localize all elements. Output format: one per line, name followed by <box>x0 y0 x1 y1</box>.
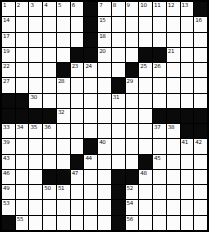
clue-number: 55 <box>17 216 23 222</box>
block-r15c1 <box>2 216 15 230</box>
cell-r14c8[interactable] <box>98 200 111 214</box>
cell-r12c12[interactable] <box>153 170 166 184</box>
cell-r5c15[interactable] <box>194 63 207 77</box>
block-r7c2 <box>16 94 29 108</box>
cell-r6c7[interactable] <box>84 78 97 92</box>
cell-r5c4[interactable] <box>43 63 56 77</box>
clue-number: 40 <box>99 139 105 145</box>
cell-r10c13[interactable] <box>167 139 180 153</box>
cell-r4c15[interactable] <box>194 48 207 62</box>
cell-r13c13[interactable] <box>167 185 180 199</box>
crossword-grid: 1234567891011121314151617181920212223242… <box>0 0 209 232</box>
cell-r14c7[interactable] <box>84 200 97 214</box>
clue-number: 48 <box>140 170 146 176</box>
cell-r6c14[interactable] <box>181 78 194 92</box>
cell-r1c10[interactable]: 9 <box>126 2 139 16</box>
cell-r2c11[interactable] <box>139 17 152 31</box>
cell-r12c11[interactable]: 48 <box>139 170 152 184</box>
block-r8c15 <box>194 109 207 123</box>
cell-r8c9[interactable] <box>112 109 125 123</box>
cell-r11c14[interactable] <box>181 155 194 169</box>
cell-r1c12[interactable]: 11 <box>153 2 166 16</box>
cell-r14c6[interactable] <box>71 200 84 214</box>
cell-r12c8[interactable] <box>98 170 111 184</box>
clue-number: 9 <box>127 2 130 8</box>
block-r8c3 <box>29 109 42 123</box>
cell-r1c11[interactable]: 10 <box>139 2 152 16</box>
cell-r3c4[interactable] <box>43 33 56 47</box>
cell-r1c2[interactable]: 2 <box>16 2 29 16</box>
cell-r7c13[interactable] <box>167 94 180 108</box>
cell-r7c11[interactable] <box>139 94 152 108</box>
cell-r3c9[interactable] <box>112 33 125 47</box>
cell-r2c12[interactable] <box>153 17 166 31</box>
cell-r11c10[interactable] <box>126 155 139 169</box>
clue-number: 49 <box>3 185 9 191</box>
block-r12c10 <box>126 170 139 184</box>
cell-r14c14[interactable] <box>181 200 194 214</box>
cell-r13c2[interactable] <box>16 185 29 199</box>
cell-r11c9[interactable] <box>112 155 125 169</box>
cell-r15c10[interactable]: 56 <box>126 216 139 230</box>
cell-r9c5[interactable] <box>57 124 70 138</box>
cell-r4c8[interactable]: 20 <box>98 48 111 62</box>
block-r11c11 <box>139 155 152 169</box>
clue-number: 43 <box>3 155 9 161</box>
cell-r13c7[interactable] <box>84 185 97 199</box>
cell-r6c1[interactable]: 27 <box>2 78 15 92</box>
cell-r3c11[interactable] <box>139 33 152 47</box>
block-r7c1 <box>2 94 15 108</box>
clue-number: 50 <box>44 185 50 191</box>
clue-number: 56 <box>127 216 133 222</box>
block-r5c10 <box>126 63 139 77</box>
cell-r11c8[interactable] <box>98 155 111 169</box>
cell-r9c2[interactable]: 34 <box>16 124 29 138</box>
cell-r10c10[interactable] <box>126 139 139 153</box>
cell-r15c13[interactable] <box>167 216 180 230</box>
cell-r7c9[interactable]: 31 <box>112 94 125 108</box>
cell-r14c2[interactable] <box>16 200 29 214</box>
cell-r9c3[interactable]: 35 <box>29 124 42 138</box>
cell-r13c10[interactable]: 52 <box>126 185 139 199</box>
cell-r15c3[interactable] <box>29 216 42 230</box>
clue-number: 3 <box>30 2 33 8</box>
block-r8c1 <box>2 109 15 123</box>
clue-number: 38 <box>168 124 174 130</box>
clue-number: 1 <box>3 2 6 8</box>
cell-r8c5[interactable]: 32 <box>57 109 70 123</box>
cell-r6c12[interactable] <box>153 78 166 92</box>
block-r8c2 <box>16 109 29 123</box>
cell-r8c8[interactable] <box>98 109 111 123</box>
cell-r6c3[interactable] <box>29 78 42 92</box>
cell-r13c8[interactable] <box>98 185 111 199</box>
cell-r2c13[interactable] <box>167 17 180 31</box>
cell-r12c14[interactable] <box>181 170 194 184</box>
cell-r6c2[interactable] <box>16 78 29 92</box>
cell-r1c6[interactable]: 6 <box>71 2 84 16</box>
cell-r5c14[interactable] <box>181 63 194 77</box>
cell-r3c3[interactable] <box>29 33 42 47</box>
cell-r13c1[interactable]: 49 <box>2 185 15 199</box>
cell-r9c9[interactable] <box>112 124 125 138</box>
block-r9c15 <box>194 124 207 138</box>
cell-r9c10[interactable] <box>126 124 139 138</box>
cell-r5c7[interactable]: 24 <box>84 63 97 77</box>
cell-r4c10[interactable] <box>126 48 139 62</box>
cell-r2c10[interactable] <box>126 17 139 31</box>
cell-r1c14[interactable]: 13 <box>181 2 194 16</box>
cell-r10c14[interactable]: 41 <box>181 139 194 153</box>
block-r12c9 <box>112 170 125 184</box>
cell-r12c13[interactable] <box>167 170 180 184</box>
cell-r15c8[interactable] <box>98 216 111 230</box>
cell-r1c5[interactable]: 5 <box>57 2 70 16</box>
cell-r7c7[interactable] <box>84 94 97 108</box>
cell-r2c15[interactable]: 16 <box>194 17 207 31</box>
clue-number: 32 <box>58 109 64 115</box>
cell-r11c1[interactable]: 43 <box>2 155 15 169</box>
cell-r13c14[interactable] <box>181 185 194 199</box>
cell-r11c13[interactable] <box>167 155 180 169</box>
cell-r13c11[interactable] <box>139 185 152 199</box>
block-r13c9 <box>112 185 125 199</box>
block-r11c6 <box>71 155 84 169</box>
cell-r5c12[interactable]: 26 <box>153 63 166 77</box>
cell-r7c6[interactable] <box>71 94 84 108</box>
clue-number: 15 <box>99 17 105 23</box>
cell-r5c1[interactable]: 22 <box>2 63 15 77</box>
cell-r3c10[interactable] <box>126 33 139 47</box>
cell-r14c11[interactable] <box>139 200 152 214</box>
clue-number: 11 <box>154 2 160 8</box>
clue-number: 17 <box>3 33 9 39</box>
cell-r10c4[interactable] <box>43 139 56 153</box>
block-r4c6 <box>71 48 84 62</box>
clue-number: 53 <box>3 200 9 206</box>
cell-r8c6[interactable] <box>71 109 84 123</box>
cell-r2c14[interactable] <box>181 17 194 31</box>
clue-number: 5 <box>58 2 61 8</box>
cell-r4c14[interactable] <box>181 48 194 62</box>
cell-r1c13[interactable]: 12 <box>167 2 180 16</box>
cell-r7c3[interactable]: 30 <box>29 94 42 108</box>
cell-r6c6[interactable] <box>71 78 84 92</box>
cell-r15c12[interactable] <box>153 216 166 230</box>
cell-r15c2[interactable]: 55 <box>16 216 29 230</box>
clue-number: 44 <box>85 155 91 161</box>
cell-r10c15[interactable]: 42 <box>194 139 207 153</box>
clue-number: 51 <box>58 185 64 191</box>
clue-number: 24 <box>85 63 91 69</box>
clue-number: 28 <box>58 78 64 84</box>
block-r15c9 <box>112 216 125 230</box>
block-r8c12 <box>153 109 166 123</box>
cell-r3c1[interactable]: 17 <box>2 33 15 47</box>
cell-r10c2[interactable] <box>16 139 29 153</box>
clue-number: 37 <box>154 124 160 130</box>
cell-r2c8[interactable]: 15 <box>98 17 111 31</box>
cell-r1c3[interactable]: 3 <box>29 2 42 16</box>
cell-r5c6[interactable]: 23 <box>71 63 84 77</box>
block-r6c9 <box>112 78 125 92</box>
block-r1c7 <box>84 2 97 16</box>
block-r14c9 <box>112 200 125 214</box>
cell-r1c1[interactable]: 1 <box>2 2 15 16</box>
cell-r11c4[interactable] <box>43 155 56 169</box>
clue-number: 30 <box>30 94 36 100</box>
cell-r7c8[interactable] <box>98 94 111 108</box>
block-r8c14 <box>181 109 194 123</box>
block-r5c5 <box>57 63 70 77</box>
cell-r9c8[interactable] <box>98 124 111 138</box>
cell-r3c14[interactable] <box>181 33 194 47</box>
clue-number: 34 <box>17 124 23 130</box>
cell-r11c15[interactable] <box>194 155 207 169</box>
cell-r11c3[interactable] <box>29 155 42 169</box>
cell-r15c6[interactable] <box>71 216 84 230</box>
clue-number: 2 <box>17 2 20 8</box>
cell-r4c2[interactable] <box>16 48 29 62</box>
cell-r10c1[interactable]: 39 <box>2 139 15 153</box>
cell-r15c4[interactable] <box>43 216 56 230</box>
cell-r15c5[interactable] <box>57 216 70 230</box>
block-r12c4 <box>43 170 56 184</box>
cell-r1c8[interactable]: 7 <box>98 2 111 16</box>
cell-r12c3[interactable] <box>29 170 42 184</box>
clue-number: 31 <box>113 94 119 100</box>
cell-r6c5[interactable]: 28 <box>57 78 70 92</box>
cell-r6c10[interactable]: 29 <box>126 78 139 92</box>
cell-r5c11[interactable]: 25 <box>139 63 152 77</box>
block-r10c7 <box>84 139 97 153</box>
cell-r10c9[interactable] <box>112 139 125 153</box>
cell-r12c7[interactable] <box>84 170 97 184</box>
cell-r7c12[interactable] <box>153 94 166 108</box>
block-r1c15 <box>194 2 207 16</box>
clue-number: 46 <box>3 170 9 176</box>
clue-number: 20 <box>99 48 105 54</box>
cell-r7c15[interactable] <box>194 94 207 108</box>
cell-r13c4[interactable]: 50 <box>43 185 56 199</box>
block-r4c11 <box>139 48 152 62</box>
cell-r3c8[interactable]: 18 <box>98 33 111 47</box>
clue-number: 35 <box>30 124 36 130</box>
cell-r14c3[interactable] <box>29 200 42 214</box>
cell-r2c1[interactable]: 14 <box>2 17 15 31</box>
clue-number: 21 <box>168 48 174 54</box>
cell-r13c15[interactable] <box>194 185 207 199</box>
cell-r6c4[interactable] <box>43 78 56 92</box>
cell-r5c2[interactable] <box>16 63 29 77</box>
clue-number: 47 <box>72 170 78 176</box>
clue-number: 33 <box>3 124 9 130</box>
cell-r4c4[interactable] <box>43 48 56 62</box>
clue-number: 25 <box>140 63 146 69</box>
cell-r2c3[interactable] <box>29 17 42 31</box>
cell-r8c10[interactable] <box>126 109 139 123</box>
cell-r4c1[interactable]: 19 <box>2 48 15 62</box>
cell-r3c2[interactable] <box>16 33 29 47</box>
clue-number: 54 <box>127 200 133 206</box>
block-r2c7 <box>84 17 97 31</box>
cell-r11c7[interactable]: 44 <box>84 155 97 169</box>
cell-r15c15[interactable] <box>194 216 207 230</box>
block-r8c4 <box>43 109 56 123</box>
cell-r9c6[interactable] <box>71 124 84 138</box>
cell-r13c5[interactable]: 51 <box>57 185 70 199</box>
cell-r15c7[interactable] <box>84 216 97 230</box>
block-r12c5 <box>57 170 70 184</box>
cell-r13c3[interactable] <box>29 185 42 199</box>
cell-r9c7[interactable] <box>84 124 97 138</box>
cell-r10c3[interactable] <box>29 139 42 153</box>
cell-r2c9[interactable] <box>112 17 125 31</box>
cell-r7c10[interactable] <box>126 94 139 108</box>
cell-r5c13[interactable] <box>167 63 180 77</box>
cell-r12c6[interactable]: 47 <box>71 170 84 184</box>
cell-r3c15[interactable] <box>194 33 207 47</box>
cell-r5c9[interactable] <box>112 63 125 77</box>
clue-number: 13 <box>182 2 188 8</box>
clue-number: 18 <box>99 33 105 39</box>
cell-r14c12[interactable] <box>153 200 166 214</box>
cell-r9c11[interactable] <box>139 124 152 138</box>
clue-number: 12 <box>168 2 174 8</box>
cell-r11c5[interactable] <box>57 155 70 169</box>
clue-number: 36 <box>44 124 50 130</box>
cell-r6c13[interactable] <box>167 78 180 92</box>
cell-r10c11[interactable] <box>139 139 152 153</box>
cell-r1c9[interactable]: 8 <box>112 2 125 16</box>
block-r9c14 <box>181 124 194 138</box>
cell-r4c13[interactable]: 21 <box>167 48 180 62</box>
clue-number: 42 <box>195 139 201 145</box>
cell-r3c6[interactable] <box>71 33 84 47</box>
cell-r2c4[interactable] <box>43 17 56 31</box>
clue-number: 23 <box>72 63 78 69</box>
cell-r2c6[interactable] <box>71 17 84 31</box>
cell-r3c5[interactable] <box>57 33 70 47</box>
cell-r14c10[interactable]: 54 <box>126 200 139 214</box>
clue-number: 7 <box>99 2 102 8</box>
cell-r2c5[interactable] <box>57 17 70 31</box>
cell-r14c13[interactable] <box>167 200 180 214</box>
cell-r10c12[interactable] <box>153 139 166 153</box>
block-r4c12 <box>153 48 166 62</box>
clue-number: 27 <box>3 78 9 84</box>
cell-r13c12[interactable] <box>153 185 166 199</box>
cell-r13c6[interactable] <box>71 185 84 199</box>
clue-number: 16 <box>195 17 201 23</box>
clue-number: 14 <box>3 17 9 23</box>
clue-number: 22 <box>3 63 9 69</box>
clue-number: 4 <box>44 2 47 8</box>
cell-r15c14[interactable] <box>181 216 194 230</box>
cell-r9c13[interactable]: 38 <box>167 124 180 138</box>
cell-r5c3[interactable] <box>29 63 42 77</box>
cell-r5c8[interactable] <box>98 63 111 77</box>
cell-r10c8[interactable]: 40 <box>98 139 111 153</box>
clue-number: 26 <box>154 63 160 69</box>
cell-r7c4[interactable] <box>43 94 56 108</box>
clue-number: 19 <box>3 48 9 54</box>
cell-r15c11[interactable] <box>139 216 152 230</box>
cell-r6c8[interactable] <box>98 78 111 92</box>
cell-r4c3[interactable] <box>29 48 42 62</box>
clue-number: 8 <box>113 2 116 8</box>
cell-r7c14[interactable] <box>181 94 194 108</box>
cell-r9c1[interactable]: 33 <box>2 124 15 138</box>
cell-r3c13[interactable] <box>167 33 180 47</box>
cell-r8c11[interactable] <box>139 109 152 123</box>
cell-r2c2[interactable] <box>16 17 29 31</box>
block-r3c7 <box>84 33 97 47</box>
block-r8c13 <box>167 109 180 123</box>
cell-r12c1[interactable]: 46 <box>2 170 15 184</box>
cell-r14c15[interactable] <box>194 200 207 214</box>
cell-r4c9[interactable] <box>112 48 125 62</box>
cell-r9c4[interactable]: 36 <box>43 124 56 138</box>
block-r4c7 <box>84 48 97 62</box>
clue-number: 45 <box>154 155 160 161</box>
clue-number: 6 <box>72 2 75 8</box>
cell-r10c6[interactable] <box>71 139 84 153</box>
cell-r12c2[interactable] <box>16 170 29 184</box>
clue-number: 10 <box>140 2 146 8</box>
clue-number: 41 <box>182 139 188 145</box>
cell-r9c12[interactable]: 37 <box>153 124 166 138</box>
cell-r3c12[interactable] <box>153 33 166 47</box>
cell-r4c5[interactable] <box>57 48 70 62</box>
clue-number: 39 <box>3 139 9 145</box>
cell-r10c5[interactable] <box>57 139 70 153</box>
cell-r6c11[interactable] <box>139 78 152 92</box>
clue-number: 52 <box>127 185 133 191</box>
cell-r8c7[interactable] <box>84 109 97 123</box>
cell-r6c15[interactable] <box>194 78 207 92</box>
cell-r11c2[interactable] <box>16 155 29 169</box>
cell-r14c5[interactable] <box>57 200 70 214</box>
cell-r14c1[interactable]: 53 <box>2 200 15 214</box>
cell-r11c12[interactable]: 45 <box>153 155 166 169</box>
cell-r7c5[interactable] <box>57 94 70 108</box>
cell-r1c4[interactable]: 4 <box>43 2 56 16</box>
cell-r14c4[interactable] <box>43 200 56 214</box>
cell-r12c15[interactable] <box>194 170 207 184</box>
clue-number: 29 <box>127 78 133 84</box>
